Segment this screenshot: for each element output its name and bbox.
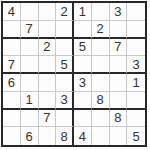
cell-r5c6-empty[interactable] — [110, 92, 128, 110]
cell-r6c5-empty[interactable] — [92, 110, 110, 128]
cell-r6c6-given[interactable]: 8 — [110, 110, 128, 128]
cell-r3c2-empty[interactable] — [39, 56, 57, 74]
cell-r5c3-given[interactable]: 3 — [56, 92, 74, 110]
cell-r7c4-given[interactable]: 4 — [74, 127, 92, 145]
cell-r3c7-given[interactable]: 3 — [127, 56, 145, 74]
cell-r5c5-given[interactable]: 8 — [92, 92, 110, 110]
cell-r7c3-given[interactable]: 8 — [56, 127, 74, 145]
cell-r4c7-given[interactable]: 1 — [127, 74, 145, 92]
cell-r6c3-empty[interactable] — [56, 110, 74, 128]
cell-r0c1-empty[interactable] — [21, 3, 39, 21]
cell-r3c1-empty[interactable] — [21, 56, 39, 74]
cell-r4c1-empty[interactable] — [21, 74, 39, 92]
cell-r7c7-given[interactable]: 5 — [127, 127, 145, 145]
cell-r7c0-empty[interactable] — [3, 127, 21, 145]
cell-r1c3-empty[interactable] — [56, 21, 74, 39]
cell-r2c3-empty[interactable] — [56, 39, 74, 57]
cell-r5c7-empty[interactable] — [127, 92, 145, 110]
cell-r6c2-given[interactable]: 7 — [39, 110, 57, 128]
cell-r2c1-empty[interactable] — [21, 39, 39, 57]
cell-r0c5-empty[interactable] — [92, 3, 110, 21]
cell-r6c7-empty[interactable] — [127, 110, 145, 128]
cell-r2c2-given[interactable]: 2 — [39, 39, 57, 57]
cell-r0c4-given[interactable]: 1 — [74, 3, 92, 21]
cell-r1c7-empty[interactable] — [127, 21, 145, 39]
cell-r1c1-given[interactable]: 7 — [21, 21, 39, 39]
cell-r0c2-empty[interactable] — [39, 3, 57, 21]
cell-r0c6-given[interactable]: 3 — [110, 3, 128, 21]
cell-r6c0-empty[interactable] — [3, 110, 21, 128]
cell-r1c0-empty[interactable] — [3, 21, 21, 39]
cell-r5c2-empty[interactable] — [39, 92, 57, 110]
cell-r1c6-empty[interactable] — [110, 21, 128, 39]
cell-r6c1-empty[interactable] — [21, 110, 39, 128]
cell-r5c0-empty[interactable] — [3, 92, 21, 110]
cell-r4c0-given[interactable]: 6 — [3, 74, 21, 92]
sudoku-page: 421372257753631138786845 — [0, 0, 150, 150]
cell-r3c6-empty[interactable] — [110, 56, 128, 74]
cell-r7c5-empty[interactable] — [92, 127, 110, 145]
cell-r3c4-empty[interactable] — [74, 56, 92, 74]
cell-r7c1-given[interactable]: 6 — [21, 127, 39, 145]
cell-r0c7-empty[interactable] — [127, 3, 145, 21]
cell-r5c4-empty[interactable] — [74, 92, 92, 110]
cell-r2c5-empty[interactable] — [92, 39, 110, 57]
cell-r4c6-empty[interactable] — [110, 74, 128, 92]
cell-r4c3-empty[interactable] — [56, 74, 74, 92]
cell-r2c6-given[interactable]: 7 — [110, 39, 128, 57]
cell-r1c2-empty[interactable] — [39, 21, 57, 39]
cell-r3c3-given[interactable]: 5 — [56, 56, 74, 74]
cell-r7c6-empty[interactable] — [110, 127, 128, 145]
cell-r6c4-empty[interactable] — [74, 110, 92, 128]
cell-r3c0-given[interactable]: 7 — [3, 56, 21, 74]
cell-r2c4-given[interactable]: 5 — [74, 39, 92, 57]
cell-r2c0-empty[interactable] — [3, 39, 21, 57]
cell-r5c1-given[interactable]: 1 — [21, 92, 39, 110]
cell-r0c3-given[interactable]: 2 — [56, 3, 74, 21]
cell-r1c5-given[interactable]: 2 — [92, 21, 110, 39]
cell-r7c2-empty[interactable] — [39, 127, 57, 145]
sudoku-board: 421372257753631138786845 — [1, 1, 147, 147]
cell-r4c5-empty[interactable] — [92, 74, 110, 92]
cell-r1c4-empty[interactable] — [74, 21, 92, 39]
cell-r4c4-given[interactable]: 3 — [74, 74, 92, 92]
cell-r3c5-empty[interactable] — [92, 56, 110, 74]
cell-r2c7-empty[interactable] — [127, 39, 145, 57]
cell-r4c2-empty[interactable] — [39, 74, 57, 92]
cell-r0c0-given[interactable]: 4 — [3, 3, 21, 21]
